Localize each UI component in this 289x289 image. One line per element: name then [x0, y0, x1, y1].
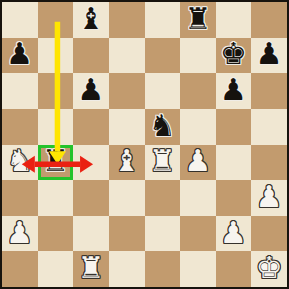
square-a3[interactable] [2, 180, 38, 216]
square-g4[interactable] [216, 145, 252, 181]
square-d2[interactable] [109, 216, 145, 252]
chess-board: ♝♜♟♚♟♟♟♞♞♜♝♜♟♟♟♟♜♚ [2, 2, 287, 287]
piece-white-rook-c1[interactable]: ♜ [78, 253, 105, 283]
square-e5[interactable]: ♞ [145, 109, 181, 145]
square-a4[interactable]: ♞ [2, 145, 38, 181]
square-b5[interactable] [38, 109, 74, 145]
square-c4[interactable] [73, 145, 109, 181]
square-f1[interactable] [180, 251, 216, 287]
square-a6[interactable] [2, 73, 38, 109]
square-g8[interactable] [216, 2, 252, 38]
piece-black-knight-e5[interactable]: ♞ [149, 111, 176, 141]
piece-black-pawn-h7[interactable]: ♟ [256, 39, 283, 69]
square-a7[interactable]: ♟ [2, 38, 38, 74]
piece-white-rook-e4[interactable]: ♜ [149, 146, 176, 176]
square-c1[interactable]: ♜ [73, 251, 109, 287]
square-e7[interactable] [145, 38, 181, 74]
square-d5[interactable] [109, 109, 145, 145]
square-b8[interactable] [38, 2, 74, 38]
square-b6[interactable] [38, 73, 74, 109]
piece-black-rook-b4[interactable]: ♜ [42, 146, 69, 176]
piece-white-knight-a4[interactable]: ♞ [6, 146, 33, 176]
square-a1[interactable] [2, 251, 38, 287]
square-c8[interactable]: ♝ [73, 2, 109, 38]
square-f3[interactable] [180, 180, 216, 216]
square-f8[interactable]: ♜ [180, 2, 216, 38]
piece-black-king-g7[interactable]: ♚ [220, 39, 247, 69]
square-e6[interactable] [145, 73, 181, 109]
square-d1[interactable] [109, 251, 145, 287]
square-h5[interactable] [251, 109, 287, 145]
square-a8[interactable] [2, 2, 38, 38]
square-c2[interactable] [73, 216, 109, 252]
square-f4[interactable]: ♟ [180, 145, 216, 181]
piece-white-pawn-f4[interactable]: ♟ [184, 146, 211, 176]
square-g6[interactable]: ♟ [216, 73, 252, 109]
piece-white-king-h1[interactable]: ♚ [256, 253, 283, 283]
piece-black-rook-f8[interactable]: ♜ [184, 4, 211, 34]
square-g5[interactable] [216, 109, 252, 145]
square-e2[interactable] [145, 216, 181, 252]
piece-black-pawn-g6[interactable]: ♟ [220, 75, 247, 105]
square-h4[interactable] [251, 145, 287, 181]
square-f7[interactable] [180, 38, 216, 74]
square-b4[interactable]: ♜ [38, 145, 74, 181]
square-c5[interactable] [73, 109, 109, 145]
square-e3[interactable] [145, 180, 181, 216]
square-g2[interactable]: ♟ [216, 216, 252, 252]
square-a5[interactable] [2, 109, 38, 145]
square-c3[interactable] [73, 180, 109, 216]
square-f6[interactable] [180, 73, 216, 109]
square-b1[interactable] [38, 251, 74, 287]
square-h7[interactable]: ♟ [251, 38, 287, 74]
chess-board-frame: ♝♜♟♚♟♟♟♞♞♜♝♜♟♟♟♟♜♚ [0, 0, 289, 289]
square-a2[interactable]: ♟ [2, 216, 38, 252]
square-h6[interactable] [251, 73, 287, 109]
piece-white-pawn-h3[interactable]: ♟ [256, 182, 283, 212]
square-b2[interactable] [38, 216, 74, 252]
square-h2[interactable] [251, 216, 287, 252]
square-b3[interactable] [38, 180, 74, 216]
square-d7[interactable] [109, 38, 145, 74]
piece-white-pawn-a2[interactable]: ♟ [6, 218, 33, 248]
piece-black-pawn-c6[interactable]: ♟ [78, 75, 105, 105]
square-c6[interactable]: ♟ [73, 73, 109, 109]
square-d6[interactable] [109, 73, 145, 109]
square-h1[interactable]: ♚ [251, 251, 287, 287]
square-e1[interactable] [145, 251, 181, 287]
square-h3[interactable]: ♟ [251, 180, 287, 216]
square-b7[interactable] [38, 38, 74, 74]
piece-black-pawn-a7[interactable]: ♟ [6, 39, 33, 69]
square-f2[interactable] [180, 216, 216, 252]
square-g1[interactable] [216, 251, 252, 287]
square-e8[interactable] [145, 2, 181, 38]
piece-black-bishop-c8[interactable]: ♝ [78, 4, 105, 34]
square-d3[interactable] [109, 180, 145, 216]
square-c7[interactable] [73, 38, 109, 74]
square-e4[interactable]: ♜ [145, 145, 181, 181]
square-h8[interactable] [251, 2, 287, 38]
square-d8[interactable] [109, 2, 145, 38]
piece-white-pawn-g2[interactable]: ♟ [220, 218, 247, 248]
piece-white-bishop-d4[interactable]: ♝ [113, 146, 140, 176]
square-d4[interactable]: ♝ [109, 145, 145, 181]
square-g3[interactable] [216, 180, 252, 216]
square-f5[interactable] [180, 109, 216, 145]
square-g7[interactable]: ♚ [216, 38, 252, 74]
